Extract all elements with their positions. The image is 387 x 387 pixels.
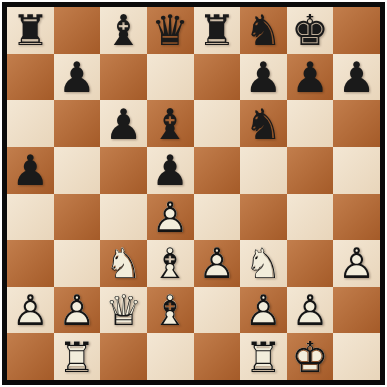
square-d6[interactable]: ♝	[147, 100, 194, 147]
square-h4[interactable]	[333, 194, 380, 241]
square-f3[interactable]: ♞♘	[240, 240, 287, 287]
square-d8[interactable]: ♛	[147, 7, 194, 54]
piece-white-pawn[interactable]: ♟♙	[287, 287, 334, 334]
square-h6[interactable]	[333, 100, 380, 147]
square-h1[interactable]	[333, 333, 380, 380]
square-e8[interactable]: ♜	[194, 7, 241, 54]
piece-black-bishop[interactable]: ♝	[147, 100, 194, 147]
piece-black-pawn[interactable]: ♟	[100, 100, 147, 147]
square-g7[interactable]: ♟	[287, 54, 334, 101]
piece-black-bishop[interactable]: ♝	[100, 7, 147, 54]
black-rook-glyph: ♜	[7, 8, 54, 54]
square-e2[interactable]	[194, 287, 241, 334]
white-knight-outline-glyph: ♘	[240, 241, 287, 287]
black-bishop-glyph: ♝	[100, 8, 147, 54]
square-g2[interactable]: ♟♙	[287, 287, 334, 334]
black-pawn-glyph: ♟	[287, 55, 334, 101]
square-f4[interactable]	[240, 194, 287, 241]
square-g4[interactable]	[287, 194, 334, 241]
square-a4[interactable]	[7, 194, 54, 241]
square-e6[interactable]	[194, 100, 241, 147]
piece-white-rook[interactable]: ♜♖	[54, 333, 101, 380]
black-bishop-glyph: ♝	[147, 101, 194, 147]
square-d2[interactable]: ♝♗	[147, 287, 194, 334]
piece-white-pawn[interactable]: ♟♙	[194, 240, 241, 287]
piece-white-knight[interactable]: ♞♘	[100, 240, 147, 287]
square-b2[interactable]: ♟♙	[54, 287, 101, 334]
white-knight-outline-glyph: ♘	[100, 241, 147, 287]
black-pawn-glyph: ♟	[100, 101, 147, 147]
square-a6[interactable]	[7, 100, 54, 147]
square-e1[interactable]	[194, 333, 241, 380]
square-e5[interactable]	[194, 147, 241, 194]
black-pawn-glyph: ♟	[240, 55, 287, 101]
square-g1[interactable]: ♚♔	[287, 333, 334, 380]
piece-black-rook[interactable]: ♜	[7, 7, 54, 54]
piece-black-pawn[interactable]: ♟	[240, 54, 287, 101]
square-c8[interactable]: ♝	[100, 7, 147, 54]
white-pawn-outline-glyph: ♙	[240, 288, 287, 334]
square-c5[interactable]	[100, 147, 147, 194]
square-f5[interactable]	[240, 147, 287, 194]
black-king-glyph: ♚	[287, 8, 334, 54]
white-bishop-outline-glyph: ♗	[147, 241, 194, 287]
white-pawn-outline-glyph: ♙	[333, 241, 380, 287]
square-c6[interactable]: ♟	[100, 100, 147, 147]
square-a3[interactable]	[7, 240, 54, 287]
chessboard: ♜♝♛♜♞♚♟♟♟♟♟♝♞♟♟♟♙♞♘♝♗♟♙♞♘♟♙♟♙♟♙♛♕♝♗♟♙♟♙♜…	[0, 0, 387, 387]
square-a1[interactable]	[7, 333, 54, 380]
square-g6[interactable]	[287, 100, 334, 147]
square-f1[interactable]: ♜♖	[240, 333, 287, 380]
black-pawn-glyph: ♟	[333, 55, 380, 101]
square-e4[interactable]	[194, 194, 241, 241]
white-king-outline-glyph: ♔	[287, 334, 334, 380]
piece-black-knight[interactable]: ♞	[240, 100, 287, 147]
square-b5[interactable]	[54, 147, 101, 194]
square-c2[interactable]: ♛♕	[100, 287, 147, 334]
black-pawn-glyph: ♟	[7, 148, 54, 194]
black-queen-glyph: ♛	[147, 8, 194, 54]
piece-white-pawn[interactable]: ♟♙	[240, 287, 287, 334]
square-g8[interactable]: ♚	[287, 7, 334, 54]
white-pawn-outline-glyph: ♙	[194, 241, 241, 287]
piece-black-pawn[interactable]: ♟	[54, 54, 101, 101]
piece-white-bishop[interactable]: ♝♗	[147, 287, 194, 334]
square-d4[interactable]: ♟♙	[147, 194, 194, 241]
white-pawn-outline-glyph: ♙	[147, 195, 194, 241]
square-h3[interactable]: ♟♙	[333, 240, 380, 287]
square-a5[interactable]: ♟	[7, 147, 54, 194]
piece-black-pawn[interactable]: ♟	[147, 147, 194, 194]
white-queen-outline-glyph: ♕	[100, 288, 147, 334]
piece-white-rook[interactable]: ♜♖	[240, 333, 287, 380]
piece-white-pawn[interactable]: ♟♙	[7, 287, 54, 334]
piece-white-pawn[interactable]: ♟♙	[147, 194, 194, 241]
square-c1[interactable]	[100, 333, 147, 380]
square-c3[interactable]: ♞♘	[100, 240, 147, 287]
piece-white-knight[interactable]: ♞♘	[240, 240, 287, 287]
black-pawn-glyph: ♟	[147, 148, 194, 194]
square-b1[interactable]: ♜♖	[54, 333, 101, 380]
square-g3[interactable]	[287, 240, 334, 287]
square-h7[interactable]: ♟	[333, 54, 380, 101]
square-e7[interactable]	[194, 54, 241, 101]
black-rook-glyph: ♜	[194, 8, 241, 54]
black-knight-glyph: ♞	[240, 101, 287, 147]
piece-white-pawn[interactable]: ♟♙	[333, 240, 380, 287]
square-g5[interactable]	[287, 147, 334, 194]
square-a2[interactable]: ♟♙	[7, 287, 54, 334]
white-rook-outline-glyph: ♖	[240, 334, 287, 380]
piece-black-queen[interactable]: ♛	[147, 7, 194, 54]
white-pawn-outline-glyph: ♙	[287, 288, 334, 334]
square-e3[interactable]: ♟♙	[194, 240, 241, 287]
square-d3[interactable]: ♝♗	[147, 240, 194, 287]
black-knight-glyph: ♞	[240, 8, 287, 54]
square-f8[interactable]: ♞	[240, 7, 287, 54]
piece-black-king[interactable]: ♚	[287, 7, 334, 54]
square-d7[interactable]	[147, 54, 194, 101]
piece-black-pawn[interactable]: ♟	[333, 54, 380, 101]
square-b4[interactable]	[54, 194, 101, 241]
square-h8[interactable]	[333, 7, 380, 54]
piece-white-pawn[interactable]: ♟♙	[54, 287, 101, 334]
piece-white-bishop[interactable]: ♝♗	[147, 240, 194, 287]
square-d5[interactable]: ♟	[147, 147, 194, 194]
square-f2[interactable]: ♟♙	[240, 287, 287, 334]
board-grid: ♜♝♛♜♞♚♟♟♟♟♟♝♞♟♟♟♙♞♘♝♗♟♙♞♘♟♙♟♙♟♙♛♕♝♗♟♙♟♙♜…	[7, 7, 380, 380]
white-rook-outline-glyph: ♖	[54, 334, 101, 380]
piece-black-pawn[interactable]: ♟	[7, 147, 54, 194]
piece-white-king[interactable]: ♚♔	[287, 333, 334, 380]
white-pawn-outline-glyph: ♙	[7, 288, 54, 334]
board-frame: ♜♝♛♜♞♚♟♟♟♟♟♝♞♟♟♟♙♞♘♝♗♟♙♞♘♟♙♟♙♟♙♛♕♝♗♟♙♟♙♜…	[2, 2, 385, 385]
square-c7[interactable]	[100, 54, 147, 101]
square-a7[interactable]	[7, 54, 54, 101]
square-f6[interactable]: ♞	[240, 100, 287, 147]
piece-black-rook[interactable]: ♜	[194, 7, 241, 54]
square-d1[interactable]	[147, 333, 194, 380]
square-h5[interactable]	[333, 147, 380, 194]
piece-black-knight[interactable]: ♞	[240, 7, 287, 54]
square-b7[interactable]: ♟	[54, 54, 101, 101]
square-h2[interactable]	[333, 287, 380, 334]
square-b6[interactable]	[54, 100, 101, 147]
black-pawn-glyph: ♟	[54, 55, 101, 101]
square-b8[interactable]	[54, 7, 101, 54]
piece-black-pawn[interactable]: ♟	[287, 54, 334, 101]
white-bishop-outline-glyph: ♗	[147, 288, 194, 334]
white-pawn-outline-glyph: ♙	[54, 288, 101, 334]
square-a8[interactable]: ♜	[7, 7, 54, 54]
square-f7[interactable]: ♟	[240, 54, 287, 101]
piece-white-queen[interactable]: ♛♕	[100, 287, 147, 334]
square-b3[interactable]	[54, 240, 101, 287]
square-c4[interactable]	[100, 194, 147, 241]
